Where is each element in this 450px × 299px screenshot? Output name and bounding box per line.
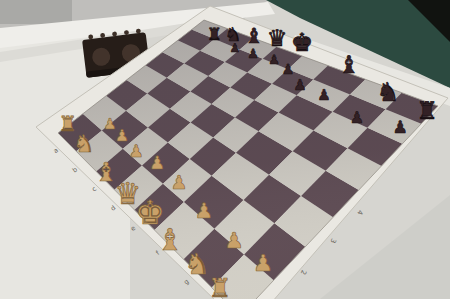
piece-black-pawn-a7[interactable]: ♟ <box>230 41 241 55</box>
piece-black-rook-a8[interactable]: ♜ <box>206 24 221 44</box>
piece-white-pawn-d2[interactable]: ♟ <box>149 152 165 173</box>
piece-black-pawn-h7[interactable]: ♟ <box>392 117 407 137</box>
piece-white-pawn-g2[interactable]: ♟ <box>224 228 244 253</box>
piece-white-pawn-b2[interactable]: ♟ <box>115 126 129 145</box>
background-wall-corner <box>0 0 72 24</box>
piece-white-rook-h1[interactable]: ♜ <box>208 273 231 299</box>
piece-white-bishop-f1[interactable]: ♝ <box>157 222 184 257</box>
piece-black-king-e8[interactable]: ♚ <box>291 28 313 57</box>
piece-white-pawn-f2[interactable]: ♟ <box>195 199 214 223</box>
piece-black-pawn-c7[interactable]: ♟ <box>268 52 280 67</box>
piece-black-pawn-f7[interactable]: ♟ <box>317 86 330 104</box>
photo-scene: abcdefg234♜♞♝♛♚♝♞♜♟♟♟♟♟♟♟♟♜♞♝♛♚♝♞♜♟♟♟♟♟♟… <box>0 0 450 299</box>
piece-white-knight-g1[interactable]: ♞ <box>184 247 210 281</box>
piece-black-bishop-c8[interactable]: ♝ <box>245 24 264 48</box>
piece-black-bishop-f8[interactable]: ♝ <box>338 51 360 79</box>
piece-black-queen-d8[interactable]: ♛ <box>267 25 288 51</box>
piece-black-knight-g8[interactable]: ♞ <box>376 77 399 107</box>
piece-white-knight-b1[interactable]: ♞ <box>73 130 95 158</box>
piece-black-pawn-d7[interactable]: ♟ <box>282 61 295 77</box>
piece-black-pawn-b7[interactable]: ♟ <box>247 46 259 61</box>
piece-white-pawn-c2[interactable]: ♟ <box>128 141 143 161</box>
piece-black-pawn-e7[interactable]: ♟ <box>293 76 306 94</box>
scene-svg: abcdefg234♜♞♝♛♚♝♞♜♟♟♟♟♟♟♟♟♜♞♝♛♚♝♞♜♟♟♟♟♟♟… <box>0 0 450 299</box>
piece-black-rook-h8[interactable]: ♜ <box>416 97 438 125</box>
piece-white-pawn-e2[interactable]: ♟ <box>170 171 187 193</box>
piece-black-pawn-g7[interactable]: ♟ <box>350 108 364 127</box>
piece-white-pawn-h2[interactable]: ♟ <box>253 250 274 276</box>
